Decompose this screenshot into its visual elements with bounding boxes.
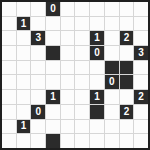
cell-r1c2[interactable] (31, 17, 45, 31)
cell-r1c3[interactable] (46, 17, 60, 31)
cell-r7c9[interactable] (134, 105, 148, 119)
cell-r1c7[interactable] (105, 17, 119, 31)
clue-cell-r6c3-value-1: 1 (46, 90, 60, 104)
cell-r2c3[interactable] (46, 31, 60, 45)
cell-r4c4[interactable] (61, 61, 75, 75)
cell-r7c4[interactable] (61, 105, 75, 119)
cell-r2c5[interactable] (75, 31, 89, 45)
cell-r0c7[interactable] (105, 2, 119, 16)
cell-r6c2[interactable] (31, 90, 45, 104)
cell-r4c2[interactable] (31, 61, 45, 75)
cell-r8c9[interactable] (134, 120, 148, 134)
cell-r1c0[interactable] (2, 17, 16, 31)
clue-cell-r3c9-value-3: 3 (134, 46, 148, 60)
cell-r5c5[interactable] (75, 75, 89, 89)
clue-cell-r6c6-value-1: 1 (90, 90, 104, 104)
cell-r7c1[interactable] (17, 105, 31, 119)
cell-r0c9[interactable] (134, 2, 148, 16)
cell-r5c2[interactable] (31, 75, 45, 89)
cell-r6c7[interactable] (105, 90, 119, 104)
clue-cell-r2c8-value-2: 2 (120, 31, 134, 45)
cell-r9c9[interactable] (134, 134, 148, 148)
clue-cell-r1c1-value-1: 1 (17, 17, 31, 31)
clue-cell-r6c9-value-2: 2 (134, 90, 148, 104)
cell-r8c2[interactable] (31, 120, 45, 134)
cell-r3c8[interactable] (120, 46, 134, 60)
clue-cell-r7c2-value-0: 0 (31, 105, 45, 119)
cell-r7c6 (90, 105, 104, 119)
cell-r4c8 (120, 61, 134, 75)
cell-r5c8 (120, 75, 134, 89)
cell-r9c0[interactable] (2, 134, 16, 148)
cell-r6c8[interactable] (120, 90, 134, 104)
clue-cell-r2c6-value-1: 1 (90, 31, 104, 45)
cell-r8c3[interactable] (46, 120, 60, 134)
cell-r6c5[interactable] (75, 90, 89, 104)
cell-r1c6[interactable] (90, 17, 104, 31)
cell-r5c6[interactable] (90, 75, 104, 89)
cell-r2c7[interactable] (105, 31, 119, 45)
cell-r7c7[interactable] (105, 105, 119, 119)
cell-r6c1[interactable] (17, 90, 31, 104)
clue-cell-r7c8-value-2: 2 (120, 105, 134, 119)
clue-cell-r2c2-value-3: 3 (31, 31, 45, 45)
cell-r9c7[interactable] (105, 134, 119, 148)
clue-cell-r5c7-value-0: 0 (105, 75, 119, 89)
cell-r3c3 (46, 46, 60, 60)
puzzle-board: 01312030112021 (0, 0, 150, 150)
cell-r8c0[interactable] (2, 120, 16, 134)
cell-r3c0[interactable] (2, 46, 16, 60)
cell-r4c3[interactable] (46, 61, 60, 75)
cell-r2c1[interactable] (17, 31, 31, 45)
cell-r8c4[interactable] (61, 120, 75, 134)
cell-r2c9[interactable] (134, 31, 148, 45)
cell-r3c2[interactable] (31, 46, 45, 60)
cell-r9c4[interactable] (61, 134, 75, 148)
cell-r1c4[interactable] (61, 17, 75, 31)
cell-r4c5[interactable] (75, 61, 89, 75)
cell-r5c9[interactable] (134, 75, 148, 89)
clue-cell-r3c6-value-0: 0 (90, 46, 104, 60)
cell-r4c6[interactable] (90, 61, 104, 75)
cell-r3c7[interactable] (105, 46, 119, 60)
cell-r6c4[interactable] (61, 90, 75, 104)
cell-r0c5[interactable] (75, 2, 89, 16)
cell-r9c8[interactable] (120, 134, 134, 148)
cell-r7c0[interactable] (2, 105, 16, 119)
cell-r9c5[interactable] (75, 134, 89, 148)
cell-r5c1[interactable] (17, 75, 31, 89)
cell-r5c4[interactable] (61, 75, 75, 89)
cell-r8c8[interactable] (120, 120, 134, 134)
cell-r5c0[interactable] (2, 75, 16, 89)
cell-r6c0[interactable] (2, 90, 16, 104)
clue-cell-r8c1-value-1: 1 (17, 120, 31, 134)
clue-cell-r0c3-value-0: 0 (46, 2, 60, 16)
cell-r9c2[interactable] (31, 134, 45, 148)
cell-r0c6[interactable] (90, 2, 104, 16)
cell-r0c2[interactable] (31, 2, 45, 16)
cell-r9c3 (46, 134, 60, 148)
cell-r0c4[interactable] (61, 2, 75, 16)
cell-r2c4[interactable] (61, 31, 75, 45)
cell-r7c5[interactable] (75, 105, 89, 119)
cell-r0c0[interactable] (2, 2, 16, 16)
cell-r0c8[interactable] (120, 2, 134, 16)
cell-r8c5[interactable] (75, 120, 89, 134)
cell-r9c6[interactable] (90, 134, 104, 148)
cell-r1c5[interactable] (75, 17, 89, 31)
cell-r3c4[interactable] (61, 46, 75, 60)
cell-r9c1[interactable] (17, 134, 31, 148)
cell-r4c0[interactable] (2, 61, 16, 75)
cell-r4c7 (105, 61, 119, 75)
cell-r3c1[interactable] (17, 46, 31, 60)
cell-r3c5[interactable] (75, 46, 89, 60)
cell-r8c6[interactable] (90, 120, 104, 134)
cell-r8c7[interactable] (105, 120, 119, 134)
cell-r7c3[interactable] (46, 105, 60, 119)
cell-r4c1[interactable] (17, 61, 31, 75)
cell-r0c1[interactable] (17, 2, 31, 16)
cell-r2c0[interactable] (2, 31, 16, 45)
cell-r1c8[interactable] (120, 17, 134, 31)
cell-r4c9[interactable] (134, 61, 148, 75)
cell-r1c9[interactable] (134, 17, 148, 31)
cell-r5c3[interactable] (46, 75, 60, 89)
